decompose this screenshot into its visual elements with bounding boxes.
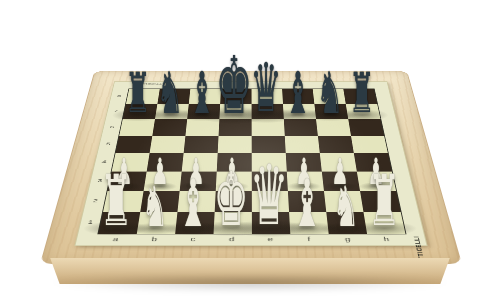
white-rook-glyph: ♜: [367, 167, 400, 237]
black-rook-glyph: ♜: [349, 67, 375, 122]
chess-set-photo: 87654321 abcdefgh BOTTICELLI BOTTICELLI …: [0, 0, 500, 296]
pieces-layer: ♜♞♝♚♛♝♞♜♟♟♟♟♟♟♟♜♞♝♚♛♝♞♜: [0, 0, 500, 296]
